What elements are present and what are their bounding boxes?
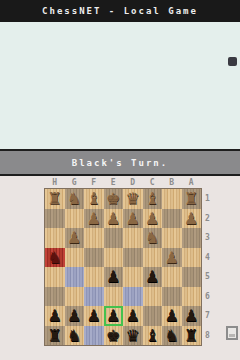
square-f2[interactable]: ♟ [84, 209, 104, 229]
file-label-f: F [84, 178, 104, 187]
white-pawn-piece: ♟ [162, 248, 182, 268]
file-label-a: A [182, 178, 202, 187]
square-d4[interactable] [123, 248, 143, 268]
rank-label-5: 5 [205, 267, 210, 287]
square-b2[interactable] [162, 209, 182, 229]
square-e1[interactable]: ♚ [104, 189, 124, 209]
black-pawn-piece: ♟ [123, 306, 143, 326]
square-f4[interactable] [84, 248, 104, 268]
black-pawn-piece: ♟ [104, 306, 124, 326]
black-knight-piece: ♞ [162, 326, 182, 346]
rank-label-2: 2 [205, 209, 210, 229]
rank-label-4: 4 [205, 248, 210, 268]
white-rook-piece: ♜ [182, 189, 202, 209]
black-pawn-piece: ♟ [45, 306, 65, 326]
square-c3[interactable]: ♞ [143, 228, 163, 248]
square-d6[interactable] [123, 287, 143, 307]
square-h1[interactable]: ♜ [45, 189, 65, 209]
black-bishop-piece: ♝ [143, 326, 163, 346]
white-pawn-piece: ♟ [65, 228, 85, 248]
square-g7[interactable]: ♟ [65, 306, 85, 326]
file-label-b: B [162, 178, 182, 187]
turn-status-text: Black's Turn. [72, 158, 168, 168]
file-label-d: D [123, 178, 143, 187]
square-c2[interactable]: ♟ [143, 209, 163, 229]
square-f3[interactable] [84, 228, 104, 248]
rank-label-7: 7 [205, 306, 210, 326]
square-g6[interactable] [65, 287, 85, 307]
square-a7[interactable]: ♟ [182, 306, 202, 326]
square-b6[interactable] [162, 287, 182, 307]
black-knight-piece: ♞ [65, 326, 85, 346]
file-label-c: C [143, 178, 163, 187]
board-menu-icon[interactable] [226, 326, 238, 340]
square-b8[interactable]: ♞ [162, 326, 182, 346]
square-b1[interactable] [162, 189, 182, 209]
black-rook-piece: ♜ [45, 326, 65, 346]
square-b4[interactable]: ♟ [162, 248, 182, 268]
rank-labels: 12345678 [205, 189, 210, 345]
square-h2[interactable] [45, 209, 65, 229]
square-g5[interactable] [65, 267, 85, 287]
board-menu-icon-detail [229, 334, 235, 337]
square-b5[interactable] [162, 267, 182, 287]
square-g4[interactable] [65, 248, 85, 268]
white-pawn-piece: ♟ [104, 209, 124, 229]
square-d5[interactable] [123, 267, 143, 287]
file-labels: HGFEDCBA [45, 178, 201, 187]
square-e7[interactable]: ♟ [104, 306, 124, 326]
square-e2[interactable]: ♟ [104, 209, 124, 229]
square-e3[interactable] [104, 228, 124, 248]
square-f7[interactable]: ♟ [84, 306, 104, 326]
square-a6[interactable] [182, 287, 202, 307]
square-e8[interactable]: ♚ [104, 326, 124, 346]
square-a1[interactable]: ♜ [182, 189, 202, 209]
top-screen-panel [0, 22, 240, 149]
square-c6[interactable] [143, 287, 163, 307]
black-king-piece: ♚ [104, 326, 124, 346]
square-e6[interactable] [104, 287, 124, 307]
black-pawn-piece: ♟ [104, 267, 124, 287]
square-h3[interactable] [45, 228, 65, 248]
square-c8[interactable]: ♝ [143, 326, 163, 346]
square-e4[interactable] [104, 248, 124, 268]
square-d7[interactable]: ♟ [123, 306, 143, 326]
title-bar: ChessNET - Local Game [0, 0, 240, 22]
square-h7[interactable]: ♟ [45, 306, 65, 326]
square-c5[interactable]: ♟ [143, 267, 163, 287]
file-label-e: E [104, 178, 124, 187]
white-rook-piece: ♜ [45, 189, 65, 209]
square-a4[interactable] [182, 248, 202, 268]
white-knight-piece: ♞ [143, 228, 163, 248]
white-queen-piece: ♛ [123, 189, 143, 209]
square-g2[interactable] [65, 209, 85, 229]
black-pawn-piece: ♟ [143, 267, 163, 287]
square-b3[interactable] [162, 228, 182, 248]
square-e5[interactable]: ♟ [104, 267, 124, 287]
square-c7[interactable] [143, 306, 163, 326]
square-h5[interactable] [45, 267, 65, 287]
file-label-g: G [65, 178, 85, 187]
square-f1[interactable]: ♝ [84, 189, 104, 209]
top-panel-icon[interactable] [228, 57, 237, 66]
square-f8[interactable] [84, 326, 104, 346]
square-b7[interactable]: ♟ [162, 306, 182, 326]
square-a5[interactable] [182, 267, 202, 287]
square-d2[interactable]: ♟ [123, 209, 143, 229]
square-g1[interactable]: ♞ [65, 189, 85, 209]
black-pawn-piece: ♟ [182, 306, 202, 326]
square-c1[interactable]: ♝ [143, 189, 163, 209]
page-title: ChessNET - Local Game [42, 6, 198, 16]
square-a3[interactable] [182, 228, 202, 248]
white-knight-piece: ♞ [45, 248, 65, 268]
rank-label-1: 1 [205, 189, 210, 209]
square-d3[interactable] [123, 228, 143, 248]
square-f6[interactable] [84, 287, 104, 307]
black-pawn-piece: ♟ [162, 306, 182, 326]
file-label-h: H [45, 178, 65, 187]
square-h4[interactable]: ♞ [45, 248, 65, 268]
chessnet-screen: ChessNET - Local Game Black's Turn. HGFE… [0, 0, 240, 360]
square-g8[interactable]: ♞ [65, 326, 85, 346]
white-bishop-piece: ♝ [143, 189, 163, 209]
chess-board: ♜♞♝♚♛♝♜♟♟♟♟♟♟♞♞♟♟♟♟♟♟♟♟♟♟♜♞♚♛♝♞♜ [45, 189, 201, 345]
white-king-piece: ♚ [104, 189, 124, 209]
white-pawn-piece: ♟ [182, 209, 202, 229]
black-pawn-piece: ♟ [65, 306, 85, 326]
black-pawn-piece: ♟ [84, 306, 104, 326]
square-a8[interactable]: ♜ [182, 326, 202, 346]
square-h6[interactable] [45, 287, 65, 307]
rank-label-3: 3 [205, 228, 210, 248]
rank-label-6: 6 [205, 287, 210, 307]
square-d8[interactable]: ♛ [123, 326, 143, 346]
white-pawn-piece: ♟ [84, 209, 104, 229]
square-c4[interactable] [143, 248, 163, 268]
square-d1[interactable]: ♛ [123, 189, 143, 209]
white-pawn-piece: ♟ [143, 209, 163, 229]
square-h8[interactable]: ♜ [45, 326, 65, 346]
black-queen-piece: ♛ [123, 326, 143, 346]
white-pawn-piece: ♟ [123, 209, 143, 229]
square-g3[interactable]: ♟ [65, 228, 85, 248]
square-a2[interactable]: ♟ [182, 209, 202, 229]
white-knight-piece: ♞ [65, 189, 85, 209]
black-rook-piece: ♜ [182, 326, 202, 346]
white-bishop-piece: ♝ [84, 189, 104, 209]
square-f5[interactable] [84, 267, 104, 287]
status-bar: Black's Turn. [0, 149, 240, 176]
rank-label-8: 8 [205, 326, 210, 346]
